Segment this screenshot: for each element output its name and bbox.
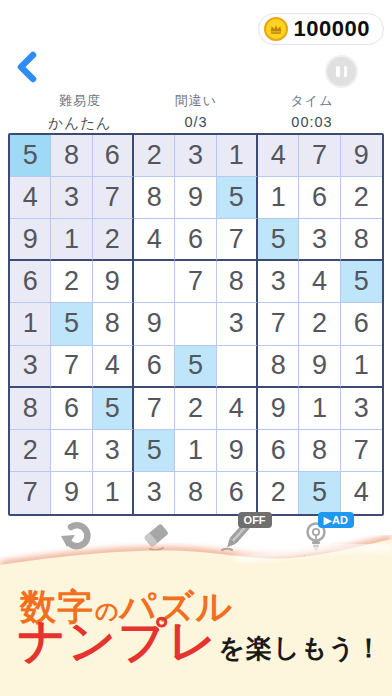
cell-r3c6[interactable]: 7	[217, 219, 258, 261]
mistakes-value: 0/3	[138, 114, 254, 130]
mistakes-label: 間違い	[138, 92, 254, 110]
cell-r9c2[interactable]: 9	[51, 472, 92, 514]
cell-r2c3[interactable]: 7	[93, 177, 134, 219]
cell-r5c3[interactable]: 8	[93, 303, 134, 345]
cell-r5c8[interactable]: 2	[299, 303, 340, 345]
cell-r8c5[interactable]: 1	[175, 430, 216, 472]
cell-r3c5[interactable]: 6	[175, 219, 216, 261]
stat-mistakes: 間違い 0/3	[138, 92, 254, 133]
cell-r5c5[interactable]	[175, 303, 216, 345]
cell-r5c6[interactable]: 3	[217, 303, 258, 345]
cell-r5c1[interactable]: 1	[10, 303, 51, 345]
cell-r6c7[interactable]: 8	[258, 346, 299, 388]
cell-r8c4[interactable]: 5	[134, 430, 175, 472]
cell-r7c2[interactable]: 6	[51, 388, 92, 430]
cell-r7c3[interactable]: 5	[93, 388, 134, 430]
cell-r4c6[interactable]: 8	[217, 261, 258, 303]
cell-r6c8[interactable]: 9	[299, 346, 340, 388]
cell-r6c1[interactable]: 3	[10, 346, 51, 388]
cell-r6c4[interactable]: 6	[134, 346, 175, 388]
time-value: 00:03	[254, 114, 370, 130]
cell-r8c3[interactable]: 3	[93, 430, 134, 472]
cell-r8c6[interactable]: 9	[217, 430, 258, 472]
cell-r9c6[interactable]: 6	[217, 472, 258, 514]
cell-r7c8[interactable]: 1	[299, 388, 340, 430]
cell-r3c9[interactable]: 8	[341, 219, 382, 261]
banner-line2: ナンプレ を楽しもう！	[18, 614, 383, 668]
difficulty-value: かんたん	[22, 114, 138, 133]
cell-r7c4[interactable]: 7	[134, 388, 175, 430]
cell-r8c2[interactable]: 4	[51, 430, 92, 472]
cell-r7c6[interactable]: 4	[217, 388, 258, 430]
chevron-left-icon	[14, 51, 44, 83]
cell-r1c6[interactable]: 1	[217, 135, 258, 177]
cell-r2c8[interactable]: 6	[299, 177, 340, 219]
difficulty-label: 難易度	[22, 92, 138, 110]
back-button[interactable]	[14, 51, 44, 83]
cell-r3c4[interactable]: 4	[134, 219, 175, 261]
cell-r6c2[interactable]: 7	[51, 346, 92, 388]
cell-r9c7[interactable]: 2	[258, 472, 299, 514]
cell-r2c7[interactable]: 1	[258, 177, 299, 219]
cell-r4c8[interactable]: 4	[299, 261, 340, 303]
cell-r2c2[interactable]: 3	[51, 177, 92, 219]
pause-icon	[336, 66, 340, 77]
cell-r7c7[interactable]: 9	[258, 388, 299, 430]
cell-r7c5[interactable]: 2	[175, 388, 216, 430]
cell-r9c5[interactable]: 8	[175, 472, 216, 514]
cell-r4c4[interactable]	[134, 261, 175, 303]
cell-r5c2[interactable]: 5	[51, 303, 92, 345]
cell-r1c8[interactable]: 7	[299, 135, 340, 177]
cell-r3c1[interactable]: 9	[10, 219, 51, 261]
cell-r3c8[interactable]: 3	[299, 219, 340, 261]
banner-app-name: ナンプレ	[18, 614, 218, 668]
cell-r1c2[interactable]: 8	[51, 135, 92, 177]
coin-amount: 100000	[294, 18, 370, 40]
cell-r2c1[interactable]: 4	[10, 177, 51, 219]
cell-r4c1[interactable]: 6	[10, 261, 51, 303]
cell-r2c4[interactable]: 8	[134, 177, 175, 219]
banner-line2-part2: を楽しもう！	[218, 631, 382, 666]
cell-r7c9[interactable]: 3	[341, 388, 382, 430]
cell-r9c1[interactable]: 7	[10, 472, 51, 514]
cell-r7c1[interactable]: 8	[10, 388, 51, 430]
cell-r1c5[interactable]: 3	[175, 135, 216, 177]
cell-r9c8[interactable]: 5	[299, 472, 340, 514]
hint-ad-badge: ▶AD	[318, 512, 354, 528]
cell-r3c2[interactable]: 1	[51, 219, 92, 261]
cell-r8c8[interactable]: 8	[299, 430, 340, 472]
cell-r6c3[interactable]: 4	[93, 346, 134, 388]
pencil-off-badge: OFF	[238, 512, 272, 528]
cell-r5c7[interactable]: 7	[258, 303, 299, 345]
cell-r1c4[interactable]: 2	[134, 135, 175, 177]
cell-r6c9[interactable]: 1	[341, 346, 382, 388]
cell-r4c3[interactable]: 9	[93, 261, 134, 303]
cell-r1c7[interactable]: 4	[258, 135, 299, 177]
stat-difficulty: 難易度 かんたん	[22, 92, 138, 133]
cell-r1c1[interactable]: 5	[10, 135, 51, 177]
cell-r2c5[interactable]: 9	[175, 177, 216, 219]
cell-r8c9[interactable]: 7	[341, 430, 382, 472]
cell-r4c7[interactable]: 3	[258, 261, 299, 303]
cell-r2c6[interactable]: 5	[217, 177, 258, 219]
cell-r6c5[interactable]: 5	[175, 346, 216, 388]
cell-r2c9[interactable]: 2	[341, 177, 382, 219]
cell-r5c4[interactable]: 9	[134, 303, 175, 345]
time-label: タイム	[254, 92, 370, 110]
coin-icon	[264, 17, 288, 41]
cell-r4c2[interactable]: 2	[51, 261, 92, 303]
coin-counter[interactable]: 100000	[258, 13, 384, 45]
pause-button[interactable]	[325, 55, 358, 88]
cell-r6c6[interactable]	[217, 346, 258, 388]
cell-r1c3[interactable]: 6	[93, 135, 134, 177]
sudoku-board: 5862314794378951629124675386297834515893…	[8, 133, 384, 516]
cell-r5c9[interactable]: 6	[341, 303, 382, 345]
cell-r9c9[interactable]: 4	[341, 472, 382, 514]
stat-time: タイム 00:03	[254, 92, 370, 133]
cell-r3c7[interactable]: 5	[258, 219, 299, 261]
cell-r9c4[interactable]: 3	[134, 472, 175, 514]
cell-r4c5[interactable]: 7	[175, 261, 216, 303]
stats-row: 難易度 かんたん 間違い 0/3 タイム 00:03	[0, 92, 392, 133]
cell-r4c9[interactable]: 5	[341, 261, 382, 303]
cell-r9c3[interactable]: 1	[93, 472, 134, 514]
cell-r8c1[interactable]: 2	[10, 430, 51, 472]
cell-r3c3[interactable]: 2	[93, 219, 134, 261]
cell-r1c9[interactable]: 9	[341, 135, 382, 177]
cell-r8c7[interactable]: 6	[258, 430, 299, 472]
